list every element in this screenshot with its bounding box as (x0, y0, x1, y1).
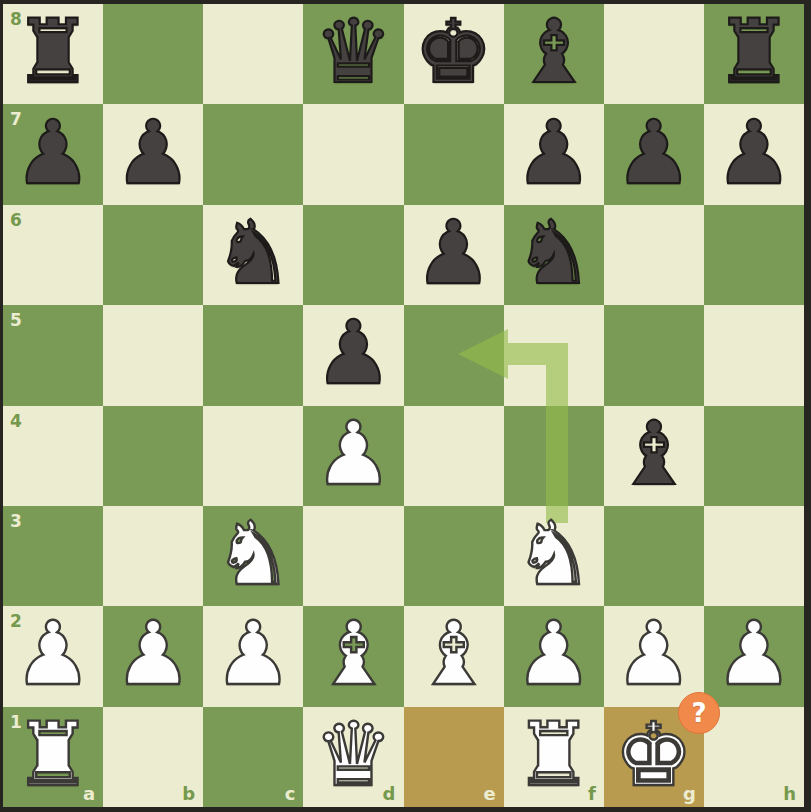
square-c6[interactable]: ♞ (203, 205, 303, 305)
square-g8[interactable] (604, 4, 704, 104)
piece-white-bishop[interactable]: ♝ (414, 610, 493, 698)
square-e3[interactable] (404, 506, 504, 606)
square-g3[interactable] (604, 506, 704, 606)
piece-black-pawn[interactable]: ♟ (314, 309, 393, 397)
square-b8[interactable] (103, 4, 203, 104)
file-label-b: b (182, 783, 195, 804)
square-h8[interactable]: ♜ (704, 4, 804, 104)
square-c4[interactable] (203, 406, 303, 506)
square-f1[interactable]: ♜f (504, 707, 604, 807)
piece-black-knight[interactable]: ♞ (514, 209, 593, 297)
square-d6[interactable] (303, 205, 403, 305)
piece-white-pawn[interactable]: ♟ (514, 610, 593, 698)
square-c7[interactable] (203, 104, 303, 204)
square-c8[interactable] (203, 4, 303, 104)
piece-black-knight[interactable]: ♞ (214, 209, 293, 297)
square-f3[interactable]: ♞ (504, 506, 604, 606)
square-f7[interactable]: ♟ (504, 104, 604, 204)
page-background: { "game": "chess", "position": { "fen": … (0, 0, 811, 812)
file-label-e: e (483, 783, 495, 804)
square-a6[interactable]: 6 (3, 205, 103, 305)
square-a2[interactable]: ♟2 (3, 606, 103, 706)
square-f2[interactable]: ♟ (504, 606, 604, 706)
square-e1[interactable]: e (404, 707, 504, 807)
piece-white-pawn[interactable]: ♟ (214, 610, 293, 698)
piece-black-pawn[interactable]: ♟ (414, 209, 493, 297)
piece-black-pawn[interactable]: ♟ (714, 109, 793, 197)
square-b6[interactable] (103, 205, 203, 305)
square-a5[interactable]: 5 (3, 305, 103, 405)
piece-black-pawn[interactable]: ♟ (614, 109, 693, 197)
piece-white-rook[interactable]: ♜ (514, 711, 593, 799)
square-b7[interactable]: ♟ (103, 104, 203, 204)
piece-white-king[interactable]: ♚ (614, 711, 693, 799)
square-f8[interactable]: ♝ (504, 4, 604, 104)
square-f5[interactable] (504, 305, 604, 405)
square-e4[interactable] (404, 406, 504, 506)
square-d2[interactable]: ♝ (303, 606, 403, 706)
piece-black-pawn[interactable]: ♟ (114, 109, 193, 197)
square-h3[interactable] (704, 506, 804, 606)
piece-white-knight[interactable]: ♞ (514, 510, 593, 598)
square-e5[interactable] (404, 305, 504, 405)
file-label-h: h (783, 783, 796, 804)
square-d4[interactable]: ♟ (303, 406, 403, 506)
square-d7[interactable] (303, 104, 403, 204)
square-c5[interactable] (203, 305, 303, 405)
piece-black-rook[interactable]: ♜ (714, 8, 793, 96)
square-g6[interactable] (604, 205, 704, 305)
piece-black-bishop[interactable]: ♝ (514, 8, 593, 96)
piece-black-queen[interactable]: ♛ (314, 8, 393, 96)
rank-label-5: 5 (10, 310, 22, 330)
square-a3[interactable]: 3 (3, 506, 103, 606)
file-label-c: c (285, 783, 296, 804)
square-h4[interactable] (704, 406, 804, 506)
piece-white-pawn[interactable]: ♟ (114, 610, 193, 698)
square-g5[interactable] (604, 305, 704, 405)
piece-black-bishop[interactable]: ♝ (614, 410, 693, 498)
square-h7[interactable]: ♟ (704, 104, 804, 204)
square-b5[interactable] (103, 305, 203, 405)
square-g4[interactable]: ♝ (604, 406, 704, 506)
square-f4[interactable] (504, 406, 604, 506)
square-c2[interactable]: ♟ (203, 606, 303, 706)
square-a8[interactable]: ♜8 (3, 4, 103, 104)
square-b2[interactable]: ♟ (103, 606, 203, 706)
square-d5[interactable]: ♟ (303, 305, 403, 405)
square-d8[interactable]: ♛ (303, 4, 403, 104)
square-h6[interactable] (704, 205, 804, 305)
square-a1[interactable]: ♜1a (3, 707, 103, 807)
square-e6[interactable]: ♟ (404, 205, 504, 305)
square-h2[interactable]: ♟ (704, 606, 804, 706)
piece-white-pawn[interactable]: ♟ (714, 610, 793, 698)
piece-black-pawn[interactable]: ♟ (514, 109, 593, 197)
square-g1[interactable]: ♚g (604, 707, 704, 807)
square-e8[interactable]: ♚ (404, 4, 504, 104)
piece-white-bishop[interactable]: ♝ (314, 610, 393, 698)
square-g2[interactable]: ♟ (604, 606, 704, 706)
square-c3[interactable]: ♞ (203, 506, 303, 606)
square-b3[interactable] (103, 506, 203, 606)
rank-label-3: 3 (10, 511, 22, 531)
rank-label-4: 4 (10, 411, 22, 431)
square-h1[interactable]: h (704, 707, 804, 807)
square-a4[interactable]: 4 (3, 406, 103, 506)
square-b1[interactable]: b (103, 707, 203, 807)
piece-white-queen[interactable]: ♛ (314, 711, 393, 799)
piece-black-rook[interactable]: ♜ (14, 8, 93, 96)
chess-board: ♜8♛♚♝♜♟7♟♟♟♟6♞♟♞5♟4♟♝3♞♞♟2♟♟♝♝♟♟♟♜1abc♛d… (3, 4, 804, 807)
square-d3[interactable] (303, 506, 403, 606)
piece-white-knight[interactable]: ♞ (214, 510, 293, 598)
piece-black-pawn[interactable]: ♟ (14, 109, 93, 197)
piece-white-pawn[interactable]: ♟ (314, 410, 393, 498)
square-f6[interactable]: ♞ (504, 205, 604, 305)
square-c1[interactable]: c (203, 707, 303, 807)
square-h5[interactable] (704, 305, 804, 405)
square-e2[interactable]: ♝ (404, 606, 504, 706)
square-d1[interactable]: ♛d (303, 707, 403, 807)
piece-white-pawn[interactable]: ♟ (14, 610, 93, 698)
square-e7[interactable] (404, 104, 504, 204)
rank-label-6: 6 (10, 210, 22, 230)
square-g7[interactable]: ♟ (604, 104, 704, 204)
square-a7[interactable]: ♟7 (3, 104, 103, 204)
square-b4[interactable] (103, 406, 203, 506)
piece-black-king[interactable]: ♚ (414, 8, 493, 96)
piece-white-rook[interactable]: ♜ (14, 711, 93, 799)
piece-white-pawn[interactable]: ♟ (614, 610, 693, 698)
